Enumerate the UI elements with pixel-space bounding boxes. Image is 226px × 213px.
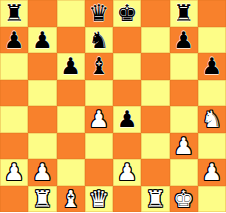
- square-d2[interactable]: [85, 159, 113, 186]
- square-h5[interactable]: [198, 80, 226, 107]
- square-h7[interactable]: [198, 27, 226, 54]
- piece-black-pawn-b7[interactable]: ♟: [32, 27, 53, 54]
- square-c2[interactable]: [57, 159, 85, 186]
- square-g5[interactable]: [170, 80, 198, 107]
- piece-white-rook-b1[interactable]: ♜: [32, 186, 53, 213]
- square-f8[interactable]: [141, 0, 169, 27]
- square-e2[interactable]: ♟: [113, 159, 141, 186]
- square-g3[interactable]: ♟: [170, 133, 198, 160]
- square-f7[interactable]: [141, 27, 169, 54]
- square-h3[interactable]: [198, 133, 226, 160]
- piece-white-pawn-h2[interactable]: ♟: [202, 159, 223, 186]
- square-c4[interactable]: [57, 106, 85, 133]
- square-c7[interactable]: [57, 27, 85, 54]
- square-c6[interactable]: ♟: [57, 53, 85, 80]
- square-g2[interactable]: [170, 159, 198, 186]
- chess-board: ♜♛♚♜♟♟♞♟♟♝♟♟♟♞♟♟♟♟♟♜♝♛♜♚: [0, 0, 226, 212]
- piece-black-queen-d8[interactable]: ♛: [89, 0, 110, 27]
- square-a1[interactable]: [0, 186, 28, 213]
- square-g4[interactable]: [170, 106, 198, 133]
- square-c5[interactable]: [57, 80, 85, 107]
- piece-white-pawn-d4[interactable]: ♟: [89, 106, 110, 133]
- square-d5[interactable]: [85, 80, 113, 107]
- square-b5[interactable]: [28, 80, 56, 107]
- piece-black-bishop-d6[interactable]: ♝: [89, 53, 110, 80]
- piece-black-pawn-a7[interactable]: ♟: [4, 27, 25, 54]
- piece-black-pawn-e4[interactable]: ♟: [117, 106, 138, 133]
- square-c1[interactable]: ♝: [57, 186, 85, 213]
- piece-white-pawn-e2[interactable]: ♟: [117, 159, 138, 186]
- square-d1[interactable]: ♛: [85, 186, 113, 213]
- square-e8[interactable]: ♚: [113, 0, 141, 27]
- square-b3[interactable]: [28, 133, 56, 160]
- square-e7[interactable]: [113, 27, 141, 54]
- piece-black-rook-g8[interactable]: ♜: [173, 0, 194, 27]
- piece-white-bishop-c1[interactable]: ♝: [60, 186, 81, 213]
- piece-black-pawn-g7[interactable]: ♟: [173, 27, 194, 54]
- piece-white-knight-h4[interactable]: ♞: [202, 106, 223, 133]
- square-b8[interactable]: [28, 0, 56, 27]
- square-d3[interactable]: [85, 133, 113, 160]
- square-a8[interactable]: ♜: [0, 0, 28, 27]
- square-f1[interactable]: ♜: [141, 186, 169, 213]
- square-c3[interactable]: [57, 133, 85, 160]
- square-b6[interactable]: [28, 53, 56, 80]
- piece-black-pawn-h6[interactable]: ♟: [202, 53, 223, 80]
- square-f3[interactable]: [141, 133, 169, 160]
- square-a5[interactable]: [0, 80, 28, 107]
- square-f5[interactable]: [141, 80, 169, 107]
- square-e4[interactable]: ♟: [113, 106, 141, 133]
- piece-white-pawn-g3[interactable]: ♟: [173, 133, 194, 160]
- square-e5[interactable]: [113, 80, 141, 107]
- piece-white-queen-d1[interactable]: ♛: [89, 186, 110, 213]
- square-b1[interactable]: ♜: [28, 186, 56, 213]
- square-h6[interactable]: ♟: [198, 53, 226, 80]
- square-a2[interactable]: ♟: [0, 159, 28, 186]
- piece-white-rook-f1[interactable]: ♜: [145, 186, 166, 213]
- square-h4[interactable]: ♞: [198, 106, 226, 133]
- square-a3[interactable]: [0, 133, 28, 160]
- square-c8[interactable]: [57, 0, 85, 27]
- square-f6[interactable]: [141, 53, 169, 80]
- square-g1[interactable]: ♚: [170, 186, 198, 213]
- square-d8[interactable]: ♛: [85, 0, 113, 27]
- piece-black-knight-d7[interactable]: ♞: [89, 27, 110, 54]
- square-d4[interactable]: ♟: [85, 106, 113, 133]
- square-g6[interactable]: [170, 53, 198, 80]
- square-f2[interactable]: [141, 159, 169, 186]
- square-b4[interactable]: [28, 106, 56, 133]
- piece-black-king-e8[interactable]: ♚: [117, 0, 138, 27]
- square-a4[interactable]: [0, 106, 28, 133]
- square-e6[interactable]: [113, 53, 141, 80]
- square-d6[interactable]: ♝: [85, 53, 113, 80]
- square-e1[interactable]: [113, 186, 141, 213]
- square-h1[interactable]: [198, 186, 226, 213]
- piece-black-rook-a8[interactable]: ♜: [4, 0, 25, 27]
- piece-black-pawn-c6[interactable]: ♟: [60, 53, 81, 80]
- square-e3[interactable]: [113, 133, 141, 160]
- square-d7[interactable]: ♞: [85, 27, 113, 54]
- square-h8[interactable]: [198, 0, 226, 27]
- piece-white-pawn-a2[interactable]: ♟: [4, 159, 25, 186]
- piece-white-king-g1[interactable]: ♚: [173, 186, 194, 213]
- square-g8[interactable]: ♜: [170, 0, 198, 27]
- piece-white-pawn-b2[interactable]: ♟: [32, 159, 53, 186]
- square-a6[interactable]: [0, 53, 28, 80]
- square-b2[interactable]: ♟: [28, 159, 56, 186]
- square-h2[interactable]: ♟: [198, 159, 226, 186]
- square-b7[interactable]: ♟: [28, 27, 56, 54]
- square-a7[interactable]: ♟: [0, 27, 28, 54]
- square-f4[interactable]: [141, 106, 169, 133]
- square-g7[interactable]: ♟: [170, 27, 198, 54]
